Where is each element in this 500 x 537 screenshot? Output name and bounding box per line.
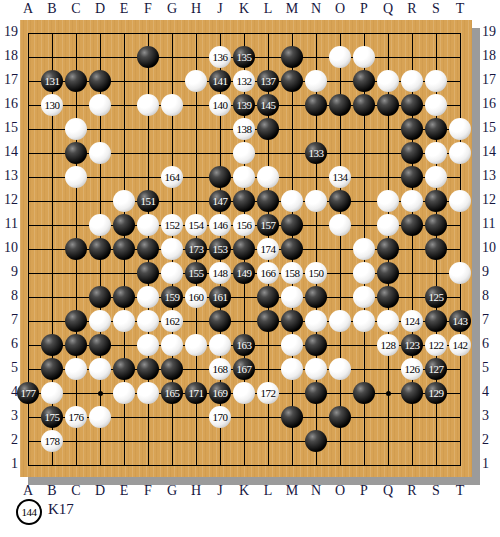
stone[interactable] [353,46,375,68]
stone[interactable] [113,190,135,212]
column-label-top: M [283,1,301,17]
stone[interactable] [137,46,159,68]
move-number: 167 [233,358,255,380]
stone[interactable]: 139 [233,94,255,116]
stone[interactable] [281,238,303,260]
stone[interactable] [305,190,327,212]
stone[interactable] [425,238,447,260]
stone[interactable] [449,190,471,212]
stone[interactable] [377,94,399,116]
stone[interactable] [377,238,399,260]
stone[interactable] [137,94,159,116]
move-number: 133 [305,142,327,164]
stone[interactable] [41,382,63,404]
column-label-top: O [331,1,349,17]
stone[interactable] [89,238,111,260]
row-label-left: 1 [0,456,18,472]
move-number: 156 [233,214,255,236]
move-number: 171 [185,382,207,404]
row-label-left: 16 [0,96,18,112]
move-number: 157 [257,214,279,236]
column-label-bottom: J [211,483,229,499]
column-label-bottom: H [187,483,205,499]
move-number: 142 [449,334,471,356]
stone[interactable] [377,262,399,284]
stone[interactable]: 122 [425,334,447,356]
move-number: 149 [233,262,255,284]
stone[interactable]: 146 [209,214,231,236]
stone[interactable] [209,310,231,332]
column-label-top: R [403,1,421,17]
stone[interactable]: 154 [185,214,207,236]
stone[interactable] [281,46,303,68]
stone[interactable] [377,214,399,236]
stone[interactable]: 126 [401,358,423,380]
row-label-left: 11 [0,216,18,232]
stone[interactable]: 147 [209,190,231,212]
move-number: 131 [41,70,63,92]
stone[interactable] [137,310,159,332]
column-label-top: E [115,1,133,17]
move-number: 123 [401,334,423,356]
stone[interactable]: 173 [185,238,207,260]
stone[interactable] [305,334,327,356]
stone[interactable] [305,430,327,452]
footer-move-point: K17 [48,501,74,518]
row-label-right: 10 [482,240,500,256]
move-number: 136 [209,46,231,68]
stone[interactable] [89,142,111,164]
row-label-left: 2 [0,432,18,448]
row-label-right: 5 [482,360,500,376]
stone[interactable]: 135 [233,46,255,68]
stone[interactable] [281,190,303,212]
stone[interactable] [65,166,87,188]
stone[interactable] [425,166,447,188]
stone[interactable]: 149 [233,262,255,284]
stone[interactable] [281,334,303,356]
stone[interactable] [305,70,327,92]
row-label-right: 14 [482,144,500,160]
move-number: 141 [209,70,231,92]
stone[interactable] [281,70,303,92]
row-label-left: 4 [0,384,18,400]
stone[interactable]: 169 [209,382,231,404]
stone[interactable]: 160 [185,286,207,308]
stone[interactable]: 123 [401,334,423,356]
stone[interactable] [401,70,423,92]
move-number: 148 [209,262,231,284]
row-label-right: 3 [482,408,500,424]
stone[interactable] [113,310,135,332]
stone[interactable] [305,382,327,404]
stone[interactable] [377,286,399,308]
stone[interactable] [329,310,351,332]
stone[interactable] [281,214,303,236]
stone[interactable] [449,262,471,284]
stone[interactable]: 161 [209,286,231,308]
stone[interactable] [449,118,471,140]
stone[interactable] [425,94,447,116]
stone[interactable]: 133 [305,142,327,164]
stone[interactable]: 168 [209,358,231,380]
move-number: 161 [209,286,231,308]
stone[interactable]: 141 [209,70,231,92]
column-label-top: K [235,1,253,17]
column-label-top: J [211,1,229,17]
move-number: 169 [209,382,231,404]
stone[interactable] [137,382,159,404]
stone[interactable] [257,190,279,212]
move-number: 165 [161,382,183,404]
stone[interactable] [401,214,423,236]
stone[interactable] [305,94,327,116]
column-label-bottom: A [19,483,37,499]
stone[interactable] [89,334,111,356]
stone[interactable] [401,190,423,212]
row-label-right: 4 [482,384,500,400]
move-number: 166 [257,262,279,284]
stone[interactable] [209,166,231,188]
stone[interactable] [329,190,351,212]
move-number: 153 [209,238,231,260]
row-label-left: 17 [0,72,18,88]
stone[interactable] [425,190,447,212]
row-label-right: 13 [482,168,500,184]
stone[interactable] [257,310,279,332]
stone[interactable]: 140 [209,94,231,116]
stone[interactable] [281,286,303,308]
stone[interactable] [281,310,303,332]
go-diagram: 1361351311411321371301401391451381331641… [0,0,500,537]
go-board[interactable]: 1361351311411321371301401391451381331641… [20,20,472,477]
stone[interactable] [329,94,351,116]
stone[interactable]: 124 [401,310,423,332]
column-label-top: B [43,1,61,17]
row-label-left: 12 [0,192,18,208]
column-label-top: F [139,1,157,17]
column-label-bottom: G [163,483,181,499]
column-label-bottom: Q [379,483,397,499]
stone[interactable] [425,118,447,140]
stone[interactable] [233,190,255,212]
stone[interactable]: 136 [209,46,231,68]
stone[interactable] [257,118,279,140]
move-number: 178 [41,430,63,452]
move-number: 175 [41,406,63,428]
column-label-top: T [451,1,469,17]
stone[interactable] [65,238,87,260]
stone[interactable] [353,94,375,116]
stone[interactable] [161,334,183,356]
stone[interactable] [161,358,183,380]
star-point [98,391,103,396]
stone[interactable] [305,358,327,380]
stone[interactable] [137,286,159,308]
row-label-left: 15 [0,120,18,136]
stone[interactable]: 134 [329,166,351,188]
stone[interactable] [425,70,447,92]
stone[interactable] [89,214,111,236]
move-number: 155 [185,262,207,284]
row-label-right: 6 [482,336,500,352]
stone[interactable]: 132 [233,70,255,92]
column-label-bottom: N [307,483,325,499]
stone[interactable] [425,310,447,332]
column-label-bottom: K [235,483,253,499]
stone[interactable] [137,262,159,284]
stone[interactable] [65,118,87,140]
stone[interactable]: 166 [257,262,279,284]
stone[interactable]: 158 [281,262,303,284]
stone[interactable] [89,286,111,308]
move-number: 143 [449,310,471,332]
stone[interactable]: 172 [257,382,279,404]
stone[interactable] [401,166,423,188]
stone[interactable]: 157 [257,214,279,236]
stone[interactable] [65,334,87,356]
stone[interactable]: 129 [425,382,447,404]
stone[interactable]: 142 [449,334,471,356]
stone[interactable]: 145 [257,94,279,116]
stone[interactable]: 167 [233,358,255,380]
column-label-top: N [307,1,325,17]
move-number: 159 [161,286,183,308]
move-number: 158 [281,262,303,284]
move-number: 170 [209,406,231,428]
stone[interactable] [329,358,351,380]
row-label-right: 18 [482,48,500,64]
stone[interactable]: 156 [233,214,255,236]
column-label-top: A [19,1,37,17]
column-label-bottom: S [427,483,445,499]
stone[interactable]: 151 [137,190,159,212]
stone[interactable] [137,214,159,236]
row-label-right: 11 [482,216,500,232]
stone[interactable] [89,310,111,332]
move-number: 124 [401,310,423,332]
row-label-right: 12 [482,192,500,208]
stone[interactable]: 171 [185,382,207,404]
stone[interactable]: 137 [257,70,279,92]
move-number: 173 [185,238,207,260]
move-number: 132 [233,70,255,92]
column-label-bottom: D [91,483,109,499]
row-label-left: 6 [0,336,18,352]
column-label-bottom: C [67,483,85,499]
row-label-right: 1 [482,456,500,472]
column-label-bottom: O [331,483,349,499]
stone[interactable] [401,382,423,404]
stone[interactable] [281,358,303,380]
stone[interactable] [161,94,183,116]
stone[interactable] [89,70,111,92]
stone[interactable]: 170 [209,406,231,428]
move-number: 163 [233,334,255,356]
column-label-top: D [91,1,109,17]
column-label-top: H [187,1,205,17]
stone[interactable] [329,46,351,68]
stone[interactable] [161,238,183,260]
stone[interactable] [377,70,399,92]
move-number: 128 [377,334,399,356]
stone[interactable] [329,214,351,236]
column-label-top: Q [379,1,397,17]
move-number: 127 [425,358,447,380]
stone[interactable] [425,214,447,236]
move-number: 160 [185,286,207,308]
stone[interactable]: 177 [17,382,39,404]
stone[interactable]: 155 [185,262,207,284]
stone[interactable] [65,142,87,164]
move-number: 129 [425,382,447,404]
stone[interactable] [353,286,375,308]
footer-move-stone: 144 [16,499,42,525]
grid-line [460,33,461,466]
stone[interactable] [305,310,327,332]
stone[interactable]: 148 [209,262,231,284]
row-label-right: 16 [482,96,500,112]
stone[interactable] [113,382,135,404]
row-label-right: 9 [482,264,500,280]
stone[interactable] [137,358,159,380]
stone[interactable]: 131 [41,70,63,92]
star-point [386,391,391,396]
stone[interactable] [113,358,135,380]
stone[interactable]: 125 [425,286,447,308]
stone[interactable]: 150 [305,262,327,284]
stone[interactable] [161,262,183,284]
stone[interactable] [233,238,255,260]
move-number: 139 [233,94,255,116]
move-number: 176 [65,406,87,428]
stone[interactable] [233,382,255,404]
row-label-right: 2 [482,432,500,448]
stone[interactable]: 165 [161,382,183,404]
row-label-right: 19 [482,24,500,40]
column-label-bottom: P [355,483,373,499]
move-number: 145 [257,94,279,116]
stone[interactable] [233,142,255,164]
stone[interactable] [233,166,255,188]
move-number: 135 [233,46,255,68]
stone[interactable] [377,190,399,212]
row-label-left: 14 [0,144,18,160]
move-number: 138 [233,118,255,140]
stone[interactable]: 153 [209,238,231,260]
move-number: 152 [161,214,183,236]
stone[interactable] [449,142,471,164]
move-number: 137 [257,70,279,92]
column-label-bottom: B [43,483,61,499]
row-label-left: 13 [0,168,18,184]
stone[interactable] [41,358,63,380]
row-label-right: 15 [482,120,500,136]
stone[interactable] [353,310,375,332]
stone[interactable]: 163 [233,334,255,356]
move-number: 134 [329,166,351,188]
move-number: 150 [305,262,327,284]
stone[interactable] [401,118,423,140]
stone[interactable] [401,142,423,164]
row-label-left: 3 [0,408,18,424]
stone[interactable] [89,94,111,116]
stone[interactable]: 178 [41,430,63,452]
stone[interactable] [425,142,447,164]
stone[interactable]: 130 [41,94,63,116]
stone[interactable]: 164 [161,166,183,188]
move-number: 177 [17,382,39,404]
stone[interactable] [353,70,375,92]
column-label-bottom: F [139,483,157,499]
stone[interactable]: 174 [257,238,279,260]
row-label-left: 7 [0,312,18,328]
stone[interactable]: 127 [425,358,447,380]
row-label-left: 9 [0,264,18,280]
stone[interactable] [89,358,111,380]
row-label-right: 8 [482,288,500,304]
stone[interactable] [353,262,375,284]
stone[interactable] [209,334,231,356]
stone[interactable] [257,166,279,188]
stone[interactable]: 175 [41,406,63,428]
stone[interactable] [401,94,423,116]
stone[interactable] [65,358,87,380]
row-label-right: 7 [482,312,500,328]
stone[interactable] [353,382,375,404]
stone[interactable] [65,70,87,92]
move-number: 146 [209,214,231,236]
stone[interactable]: 152 [161,214,183,236]
stone[interactable] [113,286,135,308]
stone[interactable]: 143 [449,310,471,332]
stone[interactable] [89,406,111,428]
stone[interactable] [281,406,303,428]
row-label-left: 8 [0,288,18,304]
stone[interactable]: 159 [161,286,183,308]
stone[interactable] [185,70,207,92]
move-number: 122 [425,334,447,356]
column-label-bottom: R [403,483,421,499]
stone[interactable] [65,310,87,332]
stone[interactable] [257,286,279,308]
column-label-top: C [67,1,85,17]
stone[interactable] [329,406,351,428]
stone[interactable] [353,238,375,260]
stone[interactable] [41,334,63,356]
stone[interactable] [113,214,135,236]
stone[interactable] [305,286,327,308]
stone[interactable] [137,334,159,356]
row-label-left: 5 [0,360,18,376]
row-label-left: 19 [0,24,18,40]
stone[interactable] [113,238,135,260]
stone[interactable] [137,238,159,260]
column-label-bottom: M [283,483,301,499]
row-label-left: 18 [0,48,18,64]
move-number: 130 [41,94,63,116]
column-label-top: G [163,1,181,17]
row-label-left: 10 [0,240,18,256]
stone[interactable] [185,334,207,356]
stone[interactable]: 162 [161,310,183,332]
stone[interactable]: 128 [377,334,399,356]
stone[interactable] [377,310,399,332]
grid-line [28,441,461,442]
column-label-bottom: T [451,483,469,499]
stone[interactable]: 176 [65,406,87,428]
stone[interactable]: 138 [233,118,255,140]
